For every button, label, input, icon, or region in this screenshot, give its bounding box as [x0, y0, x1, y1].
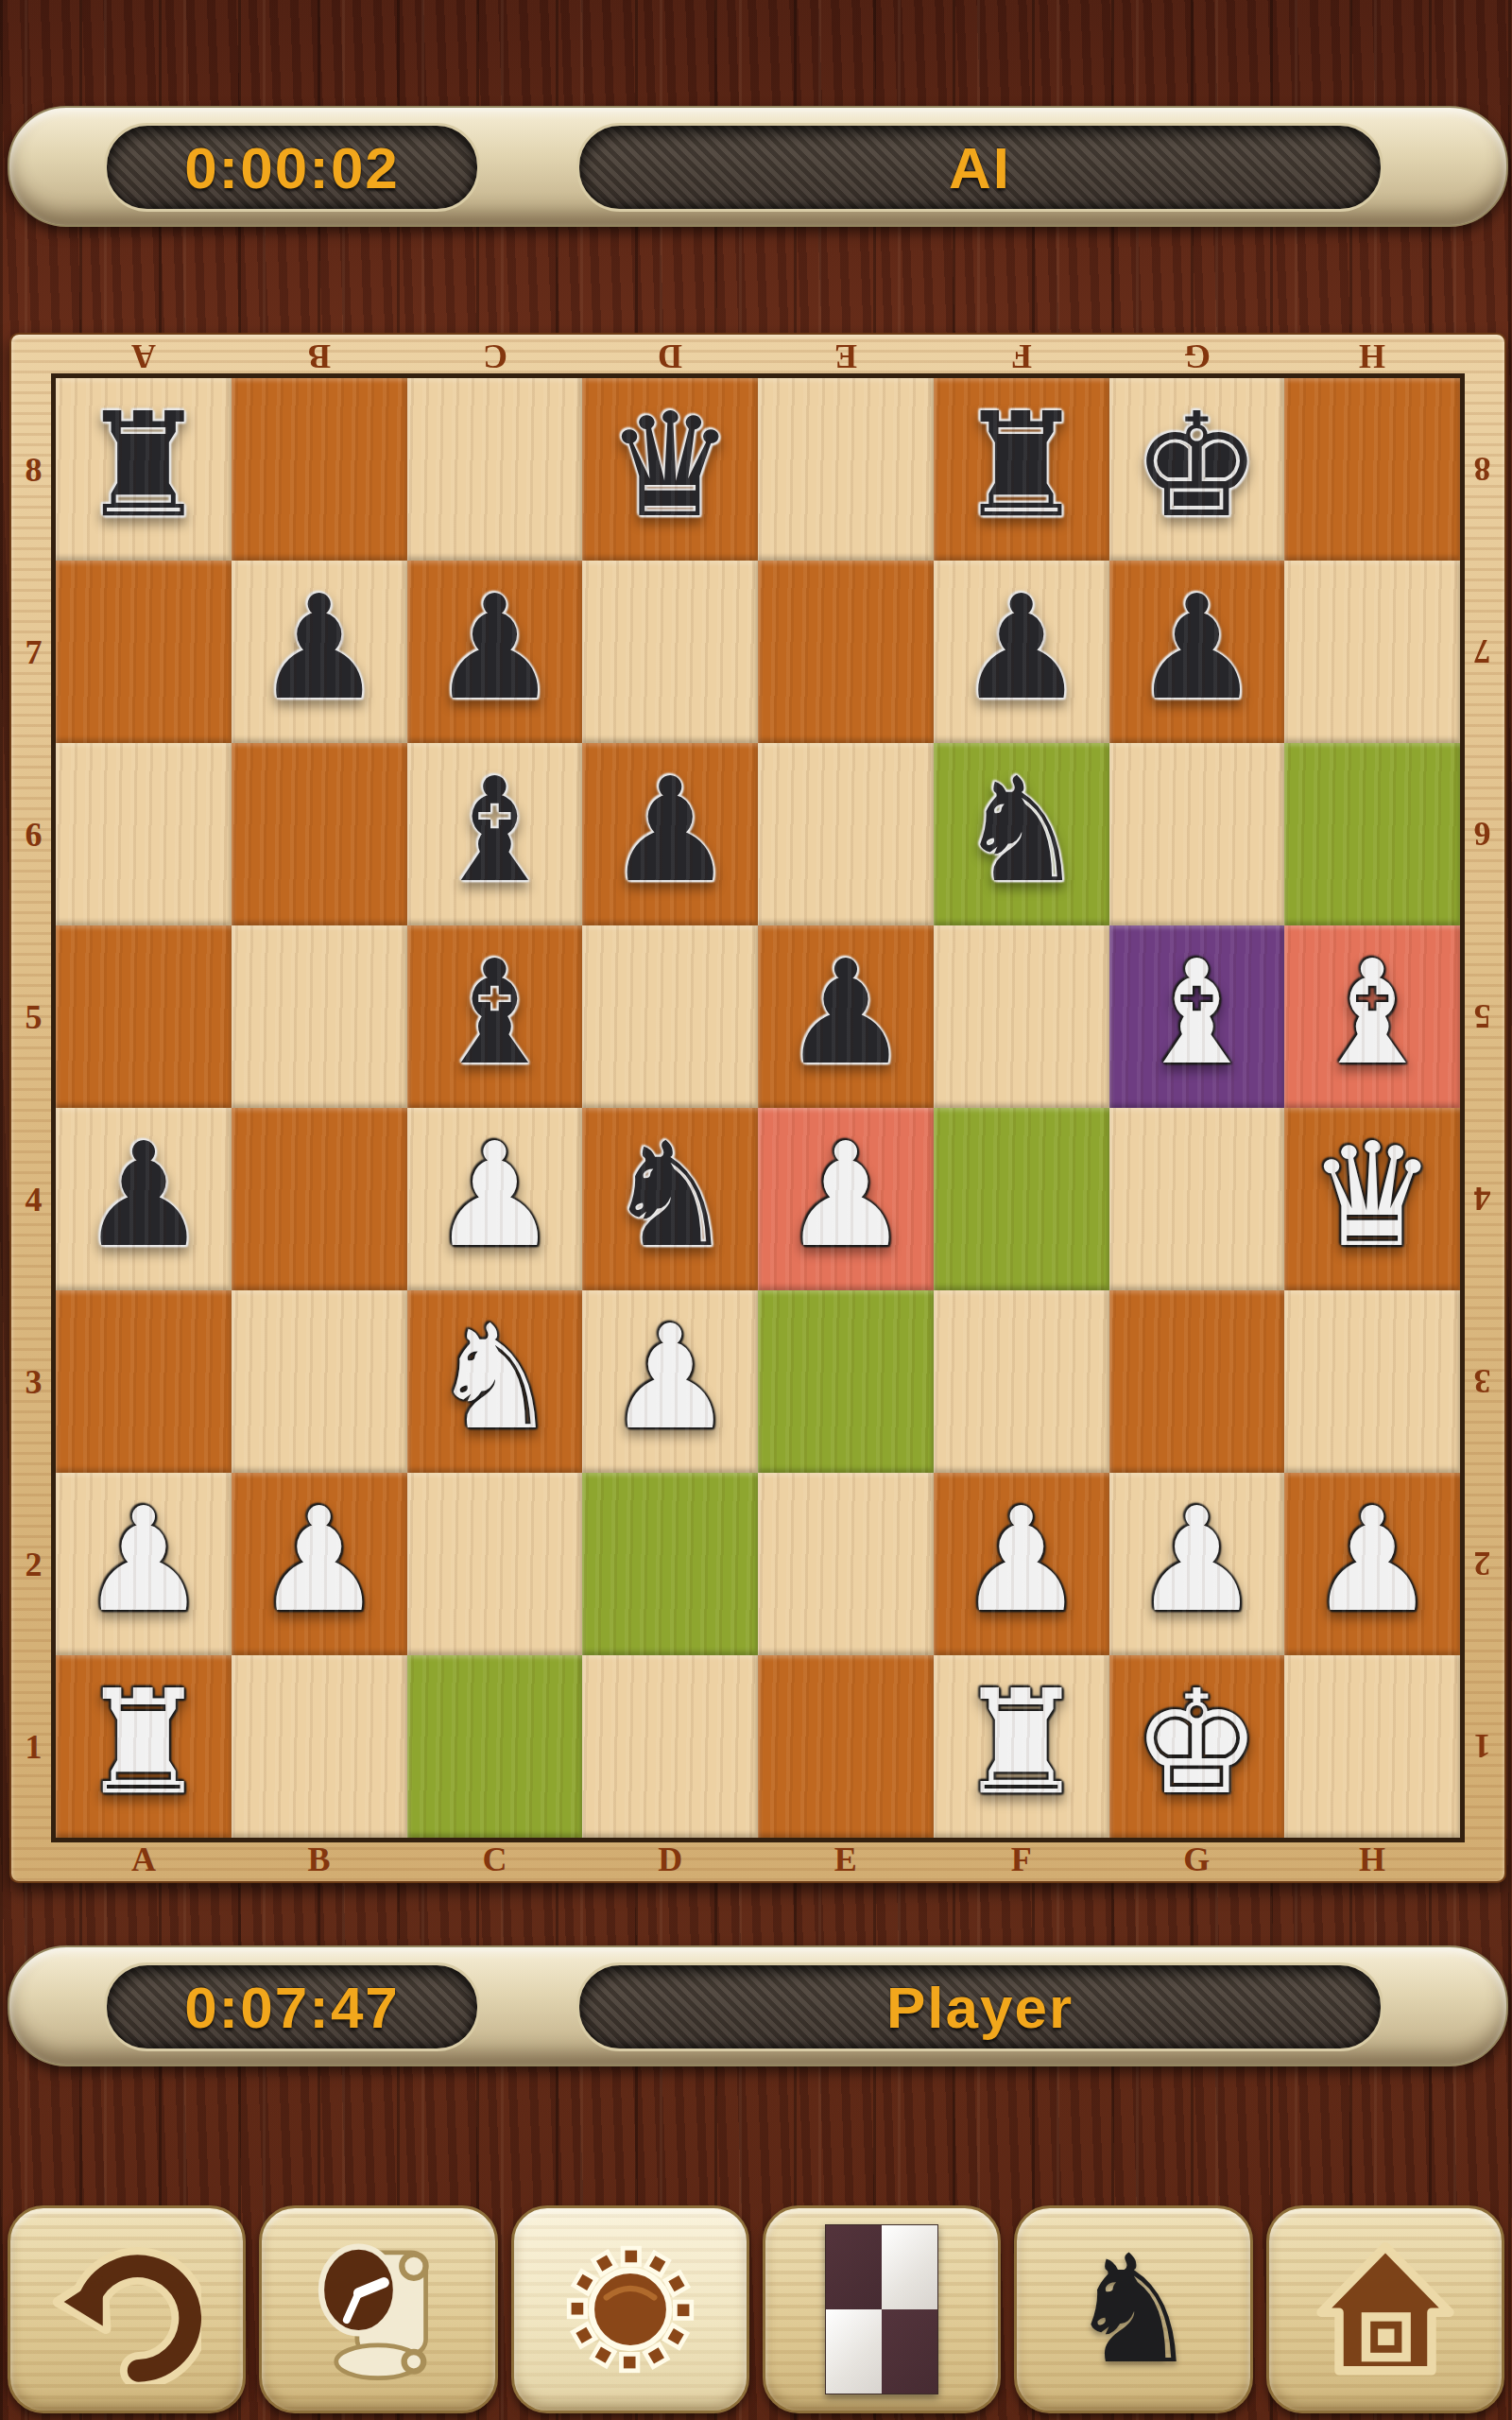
file-label-top-a: A: [56, 335, 232, 378]
file-label-bottom-f: F: [934, 1838, 1109, 1881]
square-e4[interactable]: ♟: [758, 1108, 934, 1290]
opponent-hud-bar: 0:00:02 AI: [8, 106, 1508, 227]
rank-label-right-8: 8: [1460, 378, 1504, 561]
square-d7[interactable]: [582, 561, 758, 743]
black-knight-f6: ♞: [956, 759, 1085, 903]
square-g7[interactable]: ♟: [1109, 561, 1285, 743]
square-g1[interactable]: ♚: [1109, 1655, 1285, 1838]
black-pawn-b7: ♟: [254, 577, 383, 720]
square-c8[interactable]: [407, 378, 583, 561]
square-e3[interactable]: [758, 1290, 934, 1473]
square-f2[interactable]: ♟: [934, 1473, 1109, 1655]
square-b2[interactable]: ♟: [232, 1473, 407, 1655]
square-c2[interactable]: [407, 1473, 583, 1655]
white-bishop-h5: ♝: [1308, 942, 1436, 1085]
square-c1[interactable]: [407, 1655, 583, 1838]
file-label-top-c: C: [407, 335, 583, 378]
rank-labels-left: 87654321: [11, 378, 56, 1838]
square-d3[interactable]: ♟: [582, 1290, 758, 1473]
piece-set-icon: ♞: [1067, 2235, 1201, 2384]
player-timer-value: 0:07:47: [184, 1974, 400, 2041]
settings-button[interactable]: [511, 2205, 749, 2413]
square-e2[interactable]: [758, 1473, 934, 1655]
white-pawn-d3: ♟: [606, 1306, 734, 1450]
square-a4[interactable]: ♟: [56, 1108, 232, 1290]
square-d2[interactable]: [582, 1473, 758, 1655]
square-d5[interactable]: [582, 925, 758, 1108]
file-label-top-b: B: [232, 335, 407, 378]
square-b3[interactable]: [232, 1290, 407, 1473]
black-pawn-e5: ♟: [782, 942, 910, 1085]
black-queen-d8: ♛: [606, 394, 734, 538]
black-bishop-c6: ♝: [430, 759, 558, 903]
home-icon: [1311, 2235, 1460, 2384]
square-h8[interactable]: [1284, 378, 1460, 561]
square-h7[interactable]: [1284, 561, 1460, 743]
square-c3[interactable]: ♞: [407, 1290, 583, 1473]
square-b8[interactable]: [232, 378, 407, 561]
square-h1[interactable]: [1284, 1655, 1460, 1838]
rank-label-right-1: 1: [1460, 1655, 1504, 1838]
file-label-top-h: H: [1284, 335, 1460, 378]
black-pawn-f7: ♟: [956, 577, 1085, 720]
file-label-bottom-b: B: [232, 1838, 407, 1881]
square-h2[interactable]: ♟: [1284, 1473, 1460, 1655]
rank-label-left-4: 4: [11, 1108, 56, 1290]
square-b6[interactable]: [232, 743, 407, 925]
square-e6[interactable]: [758, 743, 934, 925]
square-b1[interactable]: [232, 1655, 407, 1838]
square-c4[interactable]: ♟: [407, 1108, 583, 1290]
file-label-bottom-c: C: [407, 1838, 583, 1881]
square-g6[interactable]: [1109, 743, 1285, 925]
black-king-g8: ♚: [1132, 394, 1261, 538]
ai-name-label: AI: [949, 134, 1011, 201]
square-g3[interactable]: [1109, 1290, 1285, 1473]
square-b4[interactable]: [232, 1108, 407, 1290]
square-h6[interactable]: [1284, 743, 1460, 925]
square-g5[interactable]: ♝: [1109, 925, 1285, 1108]
home-button[interactable]: [1266, 2205, 1504, 2413]
white-rook-a1: ♜: [79, 1671, 208, 1815]
file-label-bottom-h: H: [1284, 1838, 1460, 1881]
square-h3[interactable]: [1284, 1290, 1460, 1473]
square-a6[interactable]: [56, 743, 232, 925]
rank-label-left-6: 6: [11, 743, 56, 925]
black-pawn-c7: ♟: [430, 577, 558, 720]
rank-label-right-7: 7: [1460, 561, 1504, 743]
square-d8[interactable]: ♛: [582, 378, 758, 561]
square-e8[interactable]: [758, 378, 934, 561]
square-f5[interactable]: [934, 925, 1109, 1108]
player-name-label: Player: [886, 1974, 1074, 2041]
rank-label-right-3: 3: [1460, 1290, 1504, 1473]
file-label-bottom-d: D: [582, 1838, 758, 1881]
square-f3[interactable]: [934, 1290, 1109, 1473]
rank-label-left-1: 1: [11, 1655, 56, 1838]
black-rook-f8: ♜: [956, 394, 1085, 538]
rank-label-right-4: 4: [1460, 1108, 1504, 1290]
square-h4[interactable]: ♛: [1284, 1108, 1460, 1290]
white-queen-h4: ♛: [1308, 1124, 1436, 1268]
white-king-g1: ♚: [1132, 1671, 1261, 1815]
chess-app-screen: 0:00:02 AI ABCDEFGH 87654321 87654321 AB…: [0, 0, 1512, 2420]
file-label-bottom-a: A: [56, 1838, 232, 1881]
black-rook-a8: ♜: [79, 394, 208, 538]
square-e1[interactable]: [758, 1655, 934, 1838]
player-hud-bar: 0:07:47 Player: [8, 1945, 1508, 2066]
rank-label-left-8: 8: [11, 378, 56, 561]
square-b5[interactable]: [232, 925, 407, 1108]
rank-labels-right: 87654321: [1460, 378, 1504, 1838]
square-d1[interactable]: [582, 1655, 758, 1838]
square-d6[interactable]: ♟: [582, 743, 758, 925]
black-pawn-d6: ♟: [606, 759, 734, 903]
file-labels-bottom: ABCDEFGH: [56, 1838, 1460, 1881]
square-b7[interactable]: ♟: [232, 561, 407, 743]
board-theme-icon: [825, 2224, 938, 2394]
white-rook-f1: ♜: [956, 1671, 1085, 1815]
rank-label-left-3: 3: [11, 1290, 56, 1473]
square-f1[interactable]: ♜: [934, 1655, 1109, 1838]
white-bishop-g5: ♝: [1132, 942, 1261, 1085]
file-label-top-g: G: [1109, 335, 1285, 378]
square-f6[interactable]: ♞: [934, 743, 1109, 925]
rank-label-right-6: 6: [1460, 743, 1504, 925]
rank-label-right-2: 2: [1460, 1473, 1504, 1655]
file-label-top-d: D: [582, 335, 758, 378]
square-g8[interactable]: ♚: [1109, 378, 1285, 561]
black-pawn-a4: ♟: [79, 1124, 208, 1268]
ai-timer-display: 0:00:02: [104, 123, 480, 212]
square-a5[interactable]: [56, 925, 232, 1108]
file-label-top-f: F: [934, 335, 1109, 378]
toolbar: ♞: [0, 2205, 1512, 2413]
square-g4[interactable]: [1109, 1108, 1285, 1290]
square-f7[interactable]: ♟: [934, 561, 1109, 743]
square-g2[interactable]: ♟: [1109, 1473, 1285, 1655]
undo-icon: [52, 2235, 201, 2384]
square-f4[interactable]: [934, 1108, 1109, 1290]
history-scroll-icon: [303, 2235, 453, 2384]
board-frame: ABCDEFGH 87654321 87654321 ABCDEFGH ♜♛♜♚…: [9, 333, 1506, 1883]
square-a3[interactable]: [56, 1290, 232, 1473]
square-a8[interactable]: ♜: [56, 378, 232, 561]
white-knight-c3: ♞: [430, 1306, 558, 1450]
square-a7[interactable]: [56, 561, 232, 743]
piece-set-button[interactable]: ♞: [1014, 2205, 1252, 2413]
player-timer-display: 0:07:47: [104, 1962, 480, 2051]
ai-name-display: AI: [576, 123, 1383, 212]
rank-label-left-7: 7: [11, 561, 56, 743]
rank-label-left-5: 5: [11, 925, 56, 1108]
square-c6[interactable]: ♝: [407, 743, 583, 925]
white-pawn-e4: ♟: [782, 1124, 910, 1268]
square-a2[interactable]: ♟: [56, 1473, 232, 1655]
file-labels-top: ABCDEFGH: [56, 335, 1460, 378]
white-pawn-a2: ♟: [79, 1489, 208, 1633]
white-pawn-g2: ♟: [1132, 1489, 1261, 1633]
board-theme-button[interactable]: [763, 2205, 1001, 2413]
white-pawn-h2: ♟: [1308, 1489, 1436, 1633]
white-pawn-c4: ♟: [430, 1124, 558, 1268]
white-pawn-f2: ♟: [956, 1489, 1085, 1633]
player-name-display: Player: [576, 1962, 1383, 2051]
square-h5[interactable]: ♝: [1284, 925, 1460, 1108]
file-label-top-e: E: [758, 335, 934, 378]
settings-sun-icon: [556, 2235, 705, 2384]
black-knight-d4: ♞: [606, 1124, 734, 1268]
ai-timer-value: 0:00:02: [184, 134, 400, 201]
white-pawn-b2: ♟: [254, 1489, 383, 1633]
file-label-bottom-e: E: [758, 1838, 934, 1881]
rank-label-right-5: 5: [1460, 925, 1504, 1108]
square-c5[interactable]: ♝: [407, 925, 583, 1108]
undo-button[interactable]: [8, 2205, 246, 2413]
rank-label-left-2: 2: [11, 1473, 56, 1655]
square-f8[interactable]: ♜: [934, 378, 1109, 561]
chess-board: ♜♛♜♚♟♟♟♟♝♟♞♝♟♝♝♟♟♞♟♛♞♟♟♟♟♟♟♜♜♚: [56, 378, 1460, 1838]
move-history-button[interactable]: [259, 2205, 497, 2413]
square-d4[interactable]: ♞: [582, 1108, 758, 1290]
square-a1[interactable]: ♜: [56, 1655, 232, 1838]
square-c7[interactable]: ♟: [407, 561, 583, 743]
black-bishop-c5: ♝: [430, 942, 558, 1085]
square-e7[interactable]: [758, 561, 934, 743]
black-pawn-g7: ♟: [1132, 577, 1261, 720]
file-label-bottom-g: G: [1109, 1838, 1285, 1881]
square-e5[interactable]: ♟: [758, 925, 934, 1108]
